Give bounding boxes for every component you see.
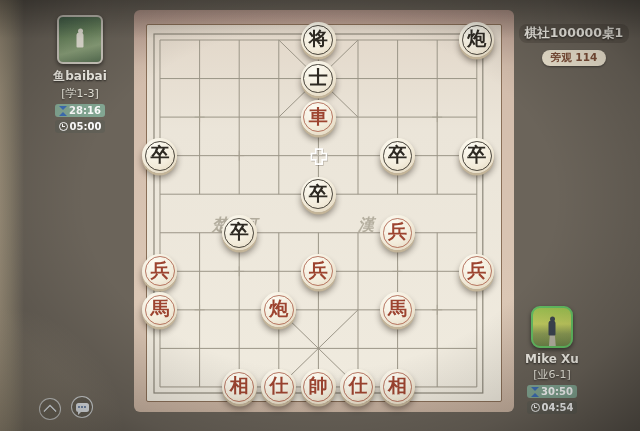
clock-icon [531,403,540,412]
piece-glyph: 兵 [309,261,328,280]
hourglass-icon [531,387,539,397]
piece-glyph: 炮 [269,299,288,318]
piece-glyph: 卒 [388,145,407,164]
piece-red-elephant[interactable]: 相 [380,369,415,404]
piece-black-soldier[interactable]: 卒 [222,215,257,250]
piece-red-chariot[interactable]: 車 [301,100,336,135]
piece-glyph: 兵 [150,261,169,280]
piece-glyph: 卒 [230,222,249,241]
piece-red-soldier[interactable]: 兵 [142,254,177,289]
piece-black-soldier[interactable]: 卒 [459,138,494,173]
piece-glyph: 相 [388,376,407,395]
piece-black-soldier[interactable]: 卒 [142,138,177,173]
move-time-badge: 04:54 [527,401,578,414]
chat-button[interactable] [71,396,93,418]
player-name: Mike Xu [525,352,579,366]
chevron-up-icon [43,403,57,417]
piece-black-general[interactable]: 将 [301,22,336,57]
spectator-label: 旁观 [551,51,572,63]
piece-red-horse[interactable]: 馬 [380,292,415,327]
piece-glyph: 兵 [388,222,407,241]
main-time-badge: 28:16 [55,104,105,117]
piece-red-horse[interactable]: 馬 [142,292,177,327]
game-screen: 鱼baibai [学1-3] 28:16 05:00 棋社100000桌1 旁观… [0,0,640,431]
piece-glyph: 士 [309,68,328,87]
main-time: 30:50 [541,385,573,398]
piece-red-advisor[interactable]: 仕 [340,369,375,404]
board-grid[interactable]: 将炮士車卒卒卒卒卒兵兵兵兵馬炮馬相仕帥仕相 [140,21,496,406]
piece-glyph: 兵 [467,261,486,280]
avatar-figure [549,320,556,335]
chat-bubble-icon [76,403,89,412]
piece-red-soldier[interactable]: 兵 [459,254,494,289]
piece-red-soldier[interactable]: 兵 [380,215,415,250]
piece-red-soldier[interactable]: 兵 [301,254,336,289]
piece-black-advisor[interactable]: 士 [301,61,336,96]
piece-red-elephant[interactable]: 相 [222,369,257,404]
move-time-badge: 05:00 [55,120,106,133]
menu-button[interactable] [39,398,61,420]
piece-black-cannon[interactable]: 炮 [459,22,494,57]
avatar-figure [77,33,84,48]
player-panel-bottom: Mike Xu [业6-1] 30:50 04:54 [514,306,590,414]
piece-glyph: 馬 [150,299,169,318]
piece-glyph: 炮 [467,29,486,48]
piece-red-cannon[interactable]: 炮 [261,292,296,327]
player-rank-tag: [业6-1] [533,367,571,382]
piece-glyph: 仕 [269,376,288,395]
move-time: 05:00 [70,120,102,133]
main-time: 28:16 [69,104,101,117]
player-name: 鱼baibai [53,68,107,85]
clock-icon [59,122,68,131]
piece-glyph: 卒 [150,145,169,164]
xiangqi-board[interactable]: 楚河 漢界 将炮士車卒卒卒卒卒兵兵兵兵馬炮馬相仕帥仕相 [134,10,514,412]
piece-glyph: 卒 [309,184,328,203]
piece-glyph: 帥 [309,376,328,395]
avatar[interactable] [57,15,103,64]
piece-glyph: 将 [309,29,328,48]
piece-glyph: 仕 [348,376,367,395]
player-panel-top: 鱼baibai [学1-3] 28:16 05:00 [40,15,120,133]
spectator-button[interactable]: 旁观 114 [542,50,607,66]
spectator-count: 114 [575,51,597,63]
player-rank-tag: [学1-3] [61,86,99,101]
piece-red-general[interactable]: 帥 [301,369,336,404]
piece-black-soldier[interactable]: 卒 [301,177,336,212]
piece-glyph: 卒 [467,145,486,164]
piece-black-soldier[interactable]: 卒 [380,138,415,173]
main-time-badge: 30:50 [527,385,577,398]
photo-wall-strip [0,0,26,431]
piece-glyph: 車 [309,107,328,126]
piece-red-advisor[interactable]: 仕 [261,369,296,404]
move-time: 04:54 [542,401,574,414]
table-title: 棋社100000桌1 [519,24,629,43]
hourglass-icon [59,106,67,116]
avatar[interactable] [531,306,573,348]
piece-glyph: 相 [230,376,249,395]
table-info: 棋社100000桌1 旁观 114 [516,24,632,66]
piece-glyph: 馬 [388,299,407,318]
